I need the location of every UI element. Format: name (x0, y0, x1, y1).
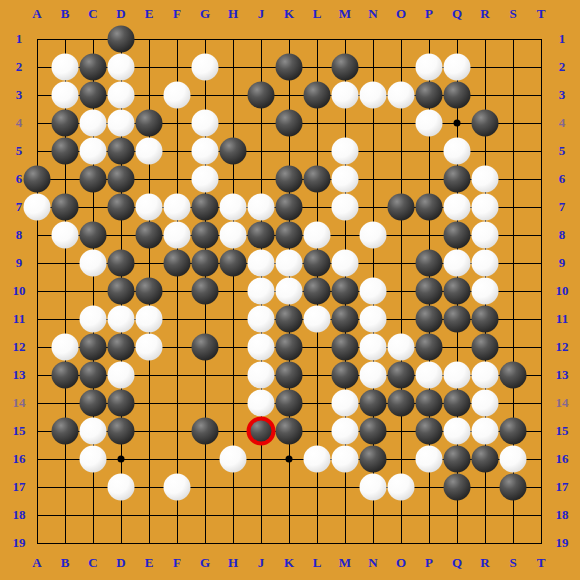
coord-label-top: D (116, 6, 125, 22)
white-stone[interactable] (304, 222, 331, 249)
white-stone[interactable] (52, 222, 79, 249)
coord-label-left: 11 (13, 311, 25, 327)
white-stone[interactable] (220, 222, 247, 249)
white-stone[interactable] (80, 306, 107, 333)
coord-label-bottom: C (88, 555, 97, 571)
grid-line-horizontal (37, 543, 542, 544)
black-stone[interactable] (136, 278, 163, 305)
black-stone[interactable] (332, 54, 359, 81)
black-stone[interactable] (80, 166, 107, 193)
white-stone[interactable] (472, 278, 499, 305)
coord-label-right: 10 (556, 283, 569, 299)
white-stone[interactable] (332, 446, 359, 473)
white-stone[interactable] (472, 250, 499, 277)
grid-line-vertical (541, 39, 542, 544)
black-stone[interactable] (52, 138, 79, 165)
black-stone[interactable] (52, 194, 79, 221)
white-stone[interactable] (332, 250, 359, 277)
white-stone[interactable] (472, 222, 499, 249)
coord-label-bottom: N (368, 555, 377, 571)
black-stone[interactable] (388, 390, 415, 417)
black-stone[interactable] (136, 110, 163, 137)
black-stone[interactable] (444, 222, 471, 249)
white-stone[interactable] (52, 334, 79, 361)
black-stone[interactable] (80, 222, 107, 249)
black-stone[interactable] (80, 362, 107, 389)
black-stone[interactable] (472, 306, 499, 333)
black-stone[interactable] (444, 278, 471, 305)
coord-label-top: G (200, 6, 210, 22)
black-stone[interactable] (192, 250, 219, 277)
white-stone[interactable] (52, 54, 79, 81)
black-stone[interactable] (472, 334, 499, 361)
white-stone[interactable] (108, 306, 135, 333)
coord-label-right: 2 (559, 59, 566, 75)
black-stone[interactable] (444, 446, 471, 473)
black-stone[interactable] (276, 194, 303, 221)
coord-label-bottom: O (396, 555, 406, 571)
white-stone[interactable] (360, 334, 387, 361)
white-stone[interactable] (500, 446, 527, 473)
coord-label-left: 19 (13, 535, 26, 551)
black-stone[interactable] (52, 110, 79, 137)
black-stone[interactable] (220, 250, 247, 277)
black-stone[interactable] (108, 390, 135, 417)
white-stone[interactable] (220, 446, 247, 473)
black-stone[interactable] (444, 166, 471, 193)
white-stone[interactable] (332, 194, 359, 221)
coord-label-left: 2 (16, 59, 23, 75)
white-stone[interactable] (52, 82, 79, 109)
coord-label-left: 9 (16, 255, 23, 271)
white-stone[interactable] (80, 138, 107, 165)
white-stone[interactable] (444, 54, 471, 81)
black-stone[interactable] (80, 390, 107, 417)
coord-label-left: 17 (13, 479, 26, 495)
coord-label-top: A (32, 6, 41, 22)
black-stone[interactable] (108, 138, 135, 165)
black-stone[interactable] (360, 446, 387, 473)
black-stone[interactable] (276, 334, 303, 361)
coord-label-top: M (339, 6, 351, 22)
white-stone[interactable] (248, 194, 275, 221)
black-stone[interactable] (24, 166, 51, 193)
black-stone[interactable] (304, 166, 331, 193)
white-stone[interactable] (248, 334, 275, 361)
white-stone[interactable] (248, 250, 275, 277)
coord-label-bottom: R (480, 555, 489, 571)
white-stone[interactable] (164, 222, 191, 249)
black-stone[interactable] (472, 110, 499, 137)
white-stone[interactable] (332, 390, 359, 417)
white-stone[interactable] (360, 474, 387, 501)
white-stone[interactable] (444, 418, 471, 445)
white-stone[interactable] (136, 306, 163, 333)
white-stone[interactable] (136, 194, 163, 221)
coord-label-left: 5 (16, 143, 23, 159)
black-stone[interactable] (52, 362, 79, 389)
coord-label-top: T (537, 6, 546, 22)
black-stone[interactable] (192, 418, 219, 445)
white-stone[interactable] (136, 138, 163, 165)
coord-label-left: 8 (16, 227, 23, 243)
coord-label-left: 18 (13, 507, 26, 523)
coord-label-bottom: M (339, 555, 351, 571)
white-stone[interactable] (108, 82, 135, 109)
last-move-marker (247, 417, 276, 446)
coord-label-left: 14 (13, 395, 26, 411)
white-stone[interactable] (444, 362, 471, 389)
coord-label-top: J (258, 6, 265, 22)
black-stone[interactable] (80, 82, 107, 109)
white-stone[interactable] (360, 306, 387, 333)
white-stone[interactable] (332, 166, 359, 193)
coord-label-bottom: F (173, 555, 181, 571)
white-stone[interactable] (416, 446, 443, 473)
white-stone[interactable] (276, 250, 303, 277)
coord-label-top: L (313, 6, 322, 22)
coord-label-left: 4 (16, 115, 23, 131)
coord-label-top: B (61, 6, 70, 22)
black-stone[interactable] (500, 474, 527, 501)
black-stone[interactable] (276, 166, 303, 193)
white-stone[interactable] (220, 194, 247, 221)
coord-label-right: 11 (556, 311, 568, 327)
coord-label-bottom: Q (452, 555, 462, 571)
white-stone[interactable] (444, 250, 471, 277)
star-point (118, 456, 125, 463)
white-stone[interactable] (164, 194, 191, 221)
black-stone[interactable] (500, 418, 527, 445)
grid-line-vertical (401, 39, 402, 544)
white-stone[interactable] (192, 110, 219, 137)
coord-label-bottom: A (32, 555, 41, 571)
coord-label-top: Q (452, 6, 462, 22)
coord-label-bottom: K (284, 555, 294, 571)
black-stone[interactable] (276, 418, 303, 445)
black-stone[interactable] (444, 306, 471, 333)
black-stone[interactable] (444, 474, 471, 501)
grid-line-horizontal (37, 515, 542, 516)
black-stone[interactable] (388, 362, 415, 389)
white-stone[interactable] (472, 390, 499, 417)
black-stone[interactable] (304, 250, 331, 277)
coord-label-bottom: S (509, 555, 516, 571)
black-stone[interactable] (304, 278, 331, 305)
coord-label-top: N (368, 6, 377, 22)
coord-label-top: K (284, 6, 294, 22)
white-stone[interactable] (80, 418, 107, 445)
white-stone[interactable] (164, 474, 191, 501)
white-stone[interactable] (360, 278, 387, 305)
black-stone[interactable] (80, 54, 107, 81)
black-stone[interactable] (108, 250, 135, 277)
white-stone[interactable] (472, 418, 499, 445)
white-stone[interactable] (332, 418, 359, 445)
coord-label-left: 15 (13, 423, 26, 439)
black-stone[interactable] (304, 82, 331, 109)
coord-label-left: 13 (13, 367, 26, 383)
black-stone[interactable] (108, 26, 135, 53)
black-stone[interactable] (108, 278, 135, 305)
white-stone[interactable] (248, 278, 275, 305)
black-stone[interactable] (444, 82, 471, 109)
black-stone[interactable] (108, 418, 135, 445)
coord-label-right: 17 (556, 479, 569, 495)
white-stone[interactable] (192, 166, 219, 193)
white-stone[interactable] (248, 306, 275, 333)
black-stone[interactable] (416, 306, 443, 333)
white-stone[interactable] (80, 110, 107, 137)
black-stone[interactable] (416, 194, 443, 221)
white-stone[interactable] (388, 474, 415, 501)
coord-label-right: 6 (559, 171, 566, 187)
coord-label-left: 6 (16, 171, 23, 187)
black-stone[interactable] (108, 334, 135, 361)
coord-label-right: 7 (559, 199, 566, 215)
white-stone[interactable] (108, 54, 135, 81)
black-stone[interactable] (332, 334, 359, 361)
black-stone[interactable] (416, 390, 443, 417)
star-point (286, 456, 293, 463)
black-stone[interactable] (276, 222, 303, 249)
coord-label-right: 18 (556, 507, 569, 523)
coord-label-bottom: B (61, 555, 70, 571)
coord-label-right: 19 (556, 535, 569, 551)
coord-label-right: 16 (556, 451, 569, 467)
black-stone[interactable] (416, 82, 443, 109)
white-stone[interactable] (192, 54, 219, 81)
white-stone[interactable] (388, 82, 415, 109)
coord-label-right: 3 (559, 87, 566, 103)
white-stone[interactable] (360, 362, 387, 389)
coord-label-top: F (173, 6, 181, 22)
white-stone[interactable] (332, 82, 359, 109)
white-stone[interactable] (304, 446, 331, 473)
coord-label-left: 3 (16, 87, 23, 103)
white-stone[interactable] (248, 362, 275, 389)
coord-label-right: 5 (559, 143, 566, 159)
white-stone[interactable] (444, 138, 471, 165)
white-stone[interactable] (472, 194, 499, 221)
white-stone[interactable] (416, 110, 443, 137)
coord-label-right: 4 (559, 115, 566, 131)
coord-label-top: E (145, 6, 154, 22)
coord-label-right: 8 (559, 227, 566, 243)
coord-label-top: O (396, 6, 406, 22)
white-stone[interactable] (360, 222, 387, 249)
black-stone[interactable] (108, 166, 135, 193)
white-stone[interactable] (24, 194, 51, 221)
black-stone[interactable] (192, 194, 219, 221)
coord-label-bottom: P (425, 555, 433, 571)
white-stone[interactable] (416, 54, 443, 81)
black-stone[interactable] (164, 250, 191, 277)
black-stone[interactable] (248, 222, 275, 249)
black-stone[interactable] (416, 334, 443, 361)
black-stone[interactable] (276, 362, 303, 389)
coord-label-top: S (509, 6, 516, 22)
coord-label-bottom: H (228, 555, 238, 571)
coord-label-right: 13 (556, 367, 569, 383)
black-stone[interactable] (276, 54, 303, 81)
black-stone[interactable] (332, 362, 359, 389)
black-stone[interactable] (276, 110, 303, 137)
black-stone[interactable] (360, 390, 387, 417)
black-stone[interactable] (388, 194, 415, 221)
coord-label-bottom: T (537, 555, 546, 571)
coord-label-left: 16 (13, 451, 26, 467)
black-stone[interactable] (52, 418, 79, 445)
white-stone[interactable] (136, 334, 163, 361)
coord-label-left: 1 (16, 31, 23, 47)
black-stone[interactable] (472, 446, 499, 473)
coord-label-right: 1 (559, 31, 566, 47)
black-stone[interactable] (80, 334, 107, 361)
white-stone[interactable] (388, 334, 415, 361)
white-stone[interactable] (108, 110, 135, 137)
black-stone[interactable] (416, 418, 443, 445)
coord-label-top: P (425, 6, 433, 22)
black-stone[interactable] (332, 306, 359, 333)
coord-label-left: 10 (13, 283, 26, 299)
coord-label-top: C (88, 6, 97, 22)
white-stone[interactable] (360, 82, 387, 109)
coord-label-bottom: J (258, 555, 265, 571)
black-stone[interactable] (332, 278, 359, 305)
coord-label-bottom: E (145, 555, 154, 571)
white-stone[interactable] (108, 474, 135, 501)
black-stone[interactable] (500, 362, 527, 389)
white-stone[interactable] (248, 390, 275, 417)
white-stone[interactable] (472, 166, 499, 193)
black-stone[interactable] (192, 222, 219, 249)
white-stone[interactable] (108, 362, 135, 389)
white-stone[interactable] (472, 362, 499, 389)
coord-label-right: 14 (556, 395, 569, 411)
coord-label-right: 9 (559, 255, 566, 271)
black-stone[interactable] (416, 250, 443, 277)
white-stone[interactable] (332, 138, 359, 165)
white-stone[interactable] (276, 278, 303, 305)
coord-label-left: 12 (13, 339, 26, 355)
black-stone[interactable] (248, 82, 275, 109)
black-stone[interactable] (192, 278, 219, 305)
black-stone[interactable] (108, 194, 135, 221)
white-stone[interactable] (80, 250, 107, 277)
coord-label-bottom: G (200, 555, 210, 571)
black-stone[interactable] (276, 306, 303, 333)
go-board[interactable]: AA11BB22CC33DD44EE55FF66GG77HH88JJ99KK10… (0, 0, 580, 580)
coord-label-left: 7 (16, 199, 23, 215)
coord-label-top: H (228, 6, 238, 22)
black-stone[interactable] (276, 390, 303, 417)
black-stone[interactable] (360, 418, 387, 445)
white-stone[interactable] (192, 138, 219, 165)
white-stone[interactable] (416, 362, 443, 389)
black-stone[interactable] (220, 138, 247, 165)
black-stone[interactable] (192, 334, 219, 361)
coord-label-right: 15 (556, 423, 569, 439)
coord-label-right: 12 (556, 339, 569, 355)
coord-label-top: R (480, 6, 489, 22)
white-stone[interactable] (444, 194, 471, 221)
white-stone[interactable] (80, 446, 107, 473)
white-stone[interactable] (304, 306, 331, 333)
coord-label-bottom: L (313, 555, 322, 571)
black-stone[interactable] (136, 222, 163, 249)
black-stone[interactable] (444, 390, 471, 417)
coord-label-bottom: D (116, 555, 125, 571)
star-point (454, 120, 461, 127)
white-stone[interactable] (164, 82, 191, 109)
black-stone[interactable] (416, 278, 443, 305)
